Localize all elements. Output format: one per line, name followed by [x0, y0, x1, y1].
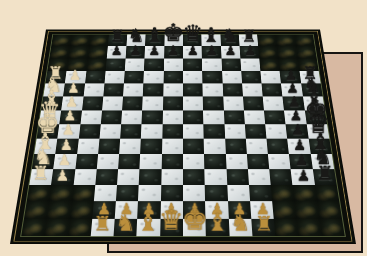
corner-slab	[315, 185, 340, 201]
square-r9-c6[interactable]	[141, 139, 163, 154]
square-r6-c12[interactable]	[263, 97, 284, 111]
square-r9-c5[interactable]	[119, 139, 141, 154]
square-r11-c6[interactable]	[139, 169, 161, 185]
square-r11-c11[interactable]	[248, 169, 271, 185]
square-r7-c7[interactable]	[162, 110, 183, 124]
square-r11-c7[interactable]	[161, 169, 183, 185]
square-r10-c7[interactable]	[161, 154, 183, 169]
square-r7-c4[interactable]	[101, 110, 123, 124]
piece-west-pawn[interactable]: ♟	[58, 153, 71, 168]
square-r4-c9[interactable]	[202, 71, 222, 84]
square-r6-c4[interactable]	[102, 97, 123, 111]
square-r8-c9[interactable]	[204, 124, 225, 138]
corner-slab	[69, 202, 93, 219]
square-r6-c11[interactable]	[243, 97, 264, 111]
corner-slab	[88, 46, 108, 58]
square-r5-c8[interactable]	[183, 84, 203, 97]
square-r4-c11[interactable]	[241, 71, 262, 84]
square-r4-c3[interactable]	[85, 71, 106, 84]
square-r11-c5[interactable]	[117, 169, 140, 185]
corner-slab	[297, 219, 322, 237]
piece-south-knight[interactable]: ♞	[230, 212, 250, 235]
square-r4-c6[interactable]	[144, 71, 164, 84]
square-r10-c6[interactable]	[140, 154, 162, 169]
corner-slab	[277, 46, 297, 58]
corner-slab	[70, 34, 90, 46]
piece-south-knight[interactable]: ♞	[115, 212, 135, 235]
square-r4-c8[interactable]	[183, 71, 203, 84]
square-r9-c4[interactable]	[98, 139, 120, 154]
square-r3-c11[interactable]	[240, 58, 260, 70]
piece-south-bishop[interactable]: ♝	[137, 210, 159, 235]
square-r7-c9[interactable]	[203, 110, 224, 124]
corner-slab	[24, 202, 49, 219]
square-r6-c3[interactable]	[82, 97, 103, 111]
square-r3-c8[interactable]	[183, 58, 202, 70]
square-r3-c9[interactable]	[202, 58, 222, 70]
square-r6-c6[interactable]	[142, 97, 163, 111]
corner-slab	[51, 34, 71, 46]
square-r5-c6[interactable]	[143, 84, 163, 97]
square-r5-c12[interactable]	[262, 84, 283, 97]
piece-east-rook[interactable]: ♜	[317, 164, 335, 184]
square-r9-c3[interactable]	[77, 139, 100, 154]
square-r8-c5[interactable]	[120, 124, 142, 138]
piece-east-pawn[interactable]: ♟	[297, 169, 311, 184]
board-grid: ♜♟♞♟♝♟♚♟♛♟♝♟♞♟♜♟♜♟♞♟♝♟♚♟♛♟♝♟♞♟♜♟♜♟♞♟♝♟♛♟…	[20, 34, 346, 237]
square-r10-c8[interactable]	[183, 154, 205, 169]
square-r5-c10[interactable]	[222, 84, 243, 97]
square-r5-c4[interactable]	[103, 84, 124, 97]
square-r10-c3[interactable]	[75, 154, 98, 169]
square-r3-c7[interactable]	[164, 58, 183, 70]
corner-slab	[319, 219, 345, 237]
corner-slab	[258, 46, 278, 58]
square-r5-c9[interactable]	[203, 84, 223, 97]
square-r8-c10[interactable]	[224, 124, 246, 138]
piece-north-pawn[interactable]: ♟	[110, 44, 122, 57]
square-r6-c7[interactable]	[163, 97, 183, 111]
square-r11-c10[interactable]	[226, 169, 249, 185]
square-r8-c4[interactable]	[99, 124, 121, 138]
piece-north-king[interactable]: ♚	[163, 21, 185, 45]
square-r9-c11[interactable]	[246, 139, 268, 154]
square-r7-c8[interactable]	[183, 110, 204, 124]
corner-slab	[295, 202, 320, 219]
square-r9-c8[interactable]	[183, 139, 204, 154]
piece-north-pawn[interactable]: ♟	[225, 44, 237, 57]
square-r8-c11[interactable]	[245, 124, 267, 138]
square-r8-c8[interactable]	[183, 124, 204, 138]
corner-slab	[317, 202, 342, 219]
piece-south-queen[interactable]: ♛	[159, 207, 184, 235]
square-r6-c8[interactable]	[183, 97, 203, 111]
square-r10-c12[interactable]	[268, 154, 291, 169]
square-r8-c12[interactable]	[265, 124, 287, 138]
square-r3-c6[interactable]	[144, 58, 164, 70]
piece-north-pawn[interactable]: ♟	[187, 44, 199, 57]
square-r7-c6[interactable]	[142, 110, 163, 124]
corner-slab	[89, 34, 109, 46]
corner-slab	[44, 219, 69, 237]
corner-slab	[67, 219, 92, 237]
square-r9-c12[interactable]	[267, 139, 290, 154]
corner-slab	[68, 46, 88, 58]
corner-slab	[274, 219, 299, 237]
square-r8-c3[interactable]	[78, 124, 100, 138]
square-r9-c10[interactable]	[225, 139, 247, 154]
piece-north-pawn[interactable]: ♟	[168, 44, 180, 57]
square-r11-c4[interactable]	[95, 169, 118, 185]
square-r10-c5[interactable]	[118, 154, 140, 169]
square-r5-c5[interactable]	[123, 84, 144, 97]
corner-slab	[71, 185, 95, 201]
square-r5-c3[interactable]	[83, 84, 104, 97]
board-scene: ♜♟♞♟♝♟♚♟♛♟♝♟♞♟♜♟♜♟♞♟♝♟♚♟♛♟♝♟♞♟♜♟♜♟♞♟♝♟♛♟…	[10, 28, 356, 246]
square-r9-c7[interactable]	[162, 139, 183, 154]
square-r4-c7[interactable]	[163, 71, 183, 84]
corner-slab	[49, 46, 70, 58]
square-r11-c12[interactable]	[269, 169, 292, 185]
square-r11-c8[interactable]	[183, 169, 205, 185]
piece-south-king[interactable]: ♚	[181, 205, 208, 235]
corner-slab	[296, 46, 317, 58]
square-r8-c7[interactable]	[162, 124, 183, 138]
corner-slab	[257, 34, 277, 46]
square-r6-c10[interactable]	[223, 97, 244, 111]
piece-north-pawn[interactable]: ♟	[206, 44, 218, 57]
square-r7-c3[interactable]	[80, 110, 102, 124]
piece-west-pawn[interactable]: ♟	[56, 169, 70, 184]
square-r6-c5[interactable]	[122, 97, 143, 111]
square-r5-c7[interactable]	[163, 84, 183, 97]
corner-slab	[293, 185, 317, 201]
square-r3-c4[interactable]	[106, 58, 126, 70]
piece-west-rook[interactable]: ♜	[32, 164, 50, 184]
square-r7-c5[interactable]	[121, 110, 142, 124]
piece-south-bishop[interactable]: ♝	[206, 210, 228, 235]
piece-north-pawn[interactable]: ♟	[244, 44, 256, 57]
corner-slab	[21, 219, 46, 237]
corner-slab	[294, 34, 314, 46]
chessboard: ♜♟♞♟♝♟♚♟♛♟♝♟♞♟♜♟♜♟♞♟♝♟♚♟♛♟♝♟♞♟♜♟♜♟♞♟♝♟♛♟…	[10, 30, 356, 244]
square-r4-c5[interactable]	[124, 71, 144, 84]
square-r7-c10[interactable]	[224, 110, 245, 124]
square-r7-c12[interactable]	[264, 110, 286, 124]
square-r4-c10[interactable]	[222, 71, 242, 84]
corner-slab	[27, 185, 52, 201]
piece-east-pawn[interactable]: ♟	[295, 153, 308, 168]
corner-slab	[47, 202, 72, 219]
piece-south-rook[interactable]: ♜	[93, 214, 112, 235]
square-r10-c10[interactable]	[225, 154, 247, 169]
square-r6-c9[interactable]	[203, 97, 224, 111]
corner-slab	[272, 202, 296, 219]
square-r4-c12[interactable]	[260, 71, 281, 84]
square-r3-c10[interactable]	[221, 58, 241, 70]
piece-north-pawn[interactable]: ♟	[149, 44, 161, 57]
square-r10-c4[interactable]	[97, 154, 120, 169]
piece-north-pawn[interactable]: ♟	[129, 44, 141, 57]
square-r11-c9[interactable]	[205, 169, 227, 185]
square-r10-c11[interactable]	[247, 154, 270, 169]
corner-slab	[271, 185, 295, 201]
square-r4-c4[interactable]	[104, 71, 125, 84]
square-r11-c3[interactable]	[73, 169, 96, 185]
square-r3-c5[interactable]	[125, 58, 145, 70]
corner-slab	[259, 58, 279, 70]
square-r9-c9[interactable]	[204, 139, 226, 154]
corner-slab	[49, 185, 73, 201]
piece-south-rook[interactable]: ♜	[254, 214, 273, 235]
corner-slab	[86, 58, 106, 70]
square-r5-c11[interactable]	[242, 84, 263, 97]
square-r10-c9[interactable]	[204, 154, 226, 169]
square-r7-c11[interactable]	[244, 110, 266, 124]
square-r8-c6[interactable]	[141, 124, 162, 138]
corner-slab	[276, 34, 296, 46]
